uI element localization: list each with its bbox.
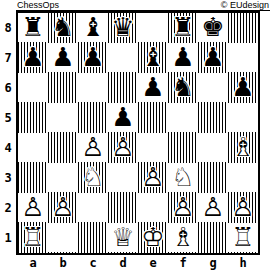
black-queen-icon: ♛ [108,13,138,43]
square-d3[interactable] [108,163,138,193]
square-g7[interactable]: ♟ [198,43,228,73]
file-labels: abcdefgh [18,255,270,270]
square-a4[interactable] [18,133,48,163]
black-pawn-icon: ♟ [78,43,108,73]
square-c7[interactable]: ♟ [78,43,108,73]
white-knight-icon: ♘ [168,163,198,193]
square-f5[interactable] [168,103,198,133]
white-pawn-icon: ♙ [138,163,168,193]
square-h3[interactable] [228,163,258,193]
credit: © EUdesign [221,0,269,10]
square-g8[interactable]: ♚ [198,13,228,43]
square-h2[interactable]: ♙ [228,193,258,223]
rank-label-1: 1 [0,223,16,253]
square-g1[interactable] [198,223,228,253]
white-pawn-icon: ♙ [78,133,108,163]
rank-label-8: 8 [0,13,16,43]
square-g6[interactable] [198,73,228,103]
file-label-h: h [228,255,258,270]
square-b3[interactable] [48,163,78,193]
square-h4[interactable]: ♗ [228,133,258,163]
square-c5[interactable] [78,103,108,133]
file-label-b: b [48,255,78,270]
black-king-icon: ♚ [198,13,228,43]
file-label-g: g [198,255,228,270]
square-e6[interactable]: ♟ [138,73,168,103]
square-b7[interactable]: ♟ [48,43,78,73]
white-bishop-icon: ♗ [228,133,258,163]
square-g2[interactable]: ♙ [198,193,228,223]
white-bishop-icon: ♗ [168,223,198,253]
white-pawn-icon: ♙ [108,133,138,163]
square-c4[interactable]: ♙ [78,133,108,163]
board: ♜♞♝♛♜♚♟♟♟♝♟♟♟♞♟♟♙♙♗♘♙♘♙♙♙♙♙♖♕♔♗♖ [16,11,260,255]
square-a1[interactable]: ♖ [18,223,48,253]
black-pawn-icon: ♟ [18,43,48,73]
black-bishop-icon: ♝ [138,43,168,73]
square-b1[interactable] [48,223,78,253]
square-a7[interactable]: ♟ [18,43,48,73]
white-pawn-icon: ♙ [168,193,198,223]
black-pawn-icon: ♟ [138,73,168,103]
square-f1[interactable]: ♗ [168,223,198,253]
square-g3[interactable] [198,163,228,193]
square-f7[interactable]: ♟ [168,43,198,73]
file-label-e: e [138,255,168,270]
white-pawn-icon: ♙ [228,193,258,223]
square-h7[interactable] [228,43,258,73]
square-d7[interactable] [108,43,138,73]
square-d1[interactable]: ♕ [108,223,138,253]
white-pawn-icon: ♙ [18,193,48,223]
square-f8[interactable]: ♜ [168,13,198,43]
chess-app-window: ChessOps © EUdesign 87654321 ♜♞♝♛♜♚♟♟♟♝♟… [0,0,270,270]
white-pawn-icon: ♙ [198,193,228,223]
square-d5[interactable]: ♟ [108,103,138,133]
square-f3[interactable]: ♘ [168,163,198,193]
square-e4[interactable] [138,133,168,163]
square-g4[interactable] [198,133,228,163]
black-rook-icon: ♜ [168,13,198,43]
white-rook-icon: ♖ [228,223,258,253]
square-c3[interactable]: ♘ [78,163,108,193]
rank-label-7: 7 [0,43,16,73]
square-c8[interactable]: ♝ [78,13,108,43]
rank-labels: 87654321 [0,11,16,255]
file-label-a: a [18,255,48,270]
square-f4[interactable] [168,133,198,163]
square-b5[interactable] [48,103,78,133]
rank-label-4: 4 [0,133,16,163]
square-f6[interactable]: ♞ [168,73,198,103]
black-pawn-icon: ♟ [168,43,198,73]
black-pawn-icon: ♟ [48,43,78,73]
rank-label-3: 3 [0,163,16,193]
rank-label-2: 2 [0,193,16,223]
square-c6[interactable] [78,73,108,103]
square-e5[interactable] [138,103,168,133]
white-rook-icon: ♖ [18,223,48,253]
square-a3[interactable] [18,163,48,193]
square-e1[interactable]: ♔ [138,223,168,253]
square-b4[interactable] [48,133,78,163]
file-label-f: f [168,255,198,270]
square-b2[interactable]: ♙ [48,193,78,223]
white-pawn-icon: ♙ [48,193,78,223]
white-queen-icon: ♕ [108,223,138,253]
square-h1[interactable]: ♖ [228,223,258,253]
header: ChessOps © EUdesign [16,0,270,11]
square-a8[interactable]: ♜ [18,13,48,43]
white-knight-icon: ♘ [78,163,108,193]
black-rook-icon: ♜ [18,13,48,43]
square-h8[interactable] [228,13,258,43]
square-e3[interactable]: ♙ [138,163,168,193]
square-d8[interactable]: ♛ [108,13,138,43]
square-g5[interactable] [198,103,228,133]
square-e2[interactable] [138,193,168,223]
square-a2[interactable]: ♙ [18,193,48,223]
square-h6[interactable]: ♟ [228,73,258,103]
square-a5[interactable] [18,103,48,133]
square-d6[interactable] [108,73,138,103]
square-b8[interactable]: ♞ [48,13,78,43]
black-bishop-icon: ♝ [78,13,108,43]
black-knight-icon: ♞ [48,13,78,43]
square-f2[interactable]: ♙ [168,193,198,223]
square-c2[interactable] [78,193,108,223]
black-pawn-icon: ♟ [198,43,228,73]
square-d4[interactable]: ♙ [108,133,138,163]
black-knight-icon: ♞ [168,73,198,103]
file-label-c: c [78,255,108,270]
rank-label-6: 6 [0,73,16,103]
white-king-icon: ♔ [138,223,168,253]
board-area: 87654321 ♜♞♝♛♜♚♟♟♟♝♟♟♟♞♟♟♙♙♗♘♙♘♙♙♙♙♙♖♕♔♗… [0,11,270,255]
square-d2[interactable] [108,193,138,223]
app-title: ChessOps [17,0,59,10]
square-h5[interactable] [228,103,258,133]
square-c1[interactable] [78,223,108,253]
black-pawn-icon: ♟ [108,103,138,133]
square-a6[interactable] [18,73,48,103]
square-b6[interactable] [48,73,78,103]
rank-label-5: 5 [0,103,16,133]
file-label-d: d [108,255,138,270]
square-e8[interactable] [138,13,168,43]
square-e7[interactable]: ♝ [138,43,168,73]
black-pawn-icon: ♟ [228,73,258,103]
